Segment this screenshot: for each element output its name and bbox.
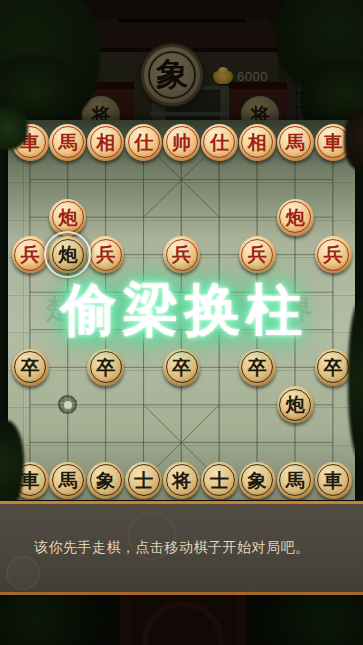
piece-black-車[interactable]: 車 <box>315 462 352 499</box>
piece-char: 車 <box>324 471 343 490</box>
piece-char: 卒 <box>324 358 343 377</box>
piece-char: 士 <box>134 471 153 490</box>
piece-char: 仕 <box>210 133 229 152</box>
dim-overlay <box>0 0 363 122</box>
piece-red-相[interactable]: 相 <box>87 124 124 161</box>
pieces-layer: 車馬相仕帅仕相馬車炮炮兵兵兵兵兵炮卒卒卒卒卒炮車馬象士将士象馬車 <box>8 120 355 500</box>
piece-char: 兵 <box>324 245 343 264</box>
turn-hint-text: 该你先手走棋，点击移动棋子开始对局吧。 <box>34 539 310 557</box>
piece-char: 象 <box>96 471 115 490</box>
piece-char: 卒 <box>21 358 40 377</box>
piece-red-帅[interactable]: 帅 <box>163 124 200 161</box>
piece-char: 馬 <box>58 133 77 152</box>
piece-black-卒[interactable]: 卒 <box>12 349 49 386</box>
xiangqi-board[interactable]: 楚河 汉界 車馬相仕帅仕相馬車炮炮兵兵兵兵兵炮卒卒卒卒卒炮車馬象士将士象馬車 <box>8 120 355 500</box>
piece-red-車[interactable]: 車 <box>315 124 352 161</box>
piece-red-炮[interactable]: 炮 <box>49 199 86 236</box>
piece-black-馬[interactable]: 馬 <box>277 462 314 499</box>
piece-char: 兵 <box>248 245 267 264</box>
dimmed-ui-ghost <box>6 556 40 590</box>
xiangqi-game-screen: 将 将 象 6000 楚河 汉界 車馬相仕帅仕相馬車炮炮兵兵兵兵兵炮卒卒卒卒卒炮… <box>0 0 363 645</box>
piece-char: 相 <box>96 133 115 152</box>
piece-red-兵[interactable]: 兵 <box>163 236 200 273</box>
piece-char: 車 <box>324 133 343 152</box>
piece-red-兵[interactable]: 兵 <box>315 236 352 273</box>
piece-char: 炮 <box>286 208 305 227</box>
piece-char: 炮 <box>286 395 305 414</box>
piece-char: 士 <box>210 471 229 490</box>
piece-black-卒[interactable]: 卒 <box>239 349 276 386</box>
piece-char: 象 <box>248 471 267 490</box>
piece-black-炮[interactable]: 炮 <box>49 236 86 273</box>
piece-char: 仕 <box>134 133 153 152</box>
piece-char: 炮 <box>58 208 77 227</box>
background-bottom-scene <box>0 595 363 645</box>
piece-char: 馬 <box>58 471 77 490</box>
message-bar: 该你先手走棋，点击移动棋子开始对局吧。 <box>0 501 363 595</box>
piece-char: 車 <box>21 471 40 490</box>
piece-black-象[interactable]: 象 <box>87 462 124 499</box>
piece-red-馬[interactable]: 馬 <box>277 124 314 161</box>
piece-red-相[interactable]: 相 <box>239 124 276 161</box>
piece-black-馬[interactable]: 馬 <box>49 462 86 499</box>
piece-black-卒[interactable]: 卒 <box>163 349 200 386</box>
piece-red-仕[interactable]: 仕 <box>125 124 162 161</box>
piece-red-車[interactable]: 車 <box>12 124 49 161</box>
piece-char: 帅 <box>172 133 191 152</box>
piece-char: 兵 <box>172 245 191 264</box>
piece-red-兵[interactable]: 兵 <box>87 236 124 273</box>
piece-char: 炮 <box>58 245 77 264</box>
piece-char: 馬 <box>286 133 305 152</box>
piece-black-卒[interactable]: 卒 <box>87 349 124 386</box>
piece-char: 兵 <box>21 245 40 264</box>
piece-red-兵[interactable]: 兵 <box>12 236 49 273</box>
piece-red-仕[interactable]: 仕 <box>201 124 238 161</box>
piece-char: 車 <box>21 133 40 152</box>
piece-char: 将 <box>172 471 191 490</box>
piece-char: 卒 <box>248 358 267 377</box>
dim-overlay <box>0 595 363 645</box>
piece-red-炮[interactable]: 炮 <box>277 199 314 236</box>
piece-black-士[interactable]: 士 <box>201 462 238 499</box>
piece-char: 相 <box>248 133 267 152</box>
piece-black-士[interactable]: 士 <box>125 462 162 499</box>
piece-black-車[interactable]: 車 <box>12 462 49 499</box>
piece-char: 卒 <box>96 358 115 377</box>
piece-red-馬[interactable]: 馬 <box>49 124 86 161</box>
move-origin-dot <box>58 395 77 414</box>
piece-black-炮[interactable]: 炮 <box>277 386 314 423</box>
piece-char: 卒 <box>172 358 191 377</box>
piece-black-象[interactable]: 象 <box>239 462 276 499</box>
piece-black-卒[interactable]: 卒 <box>315 349 352 386</box>
piece-black-将[interactable]: 将 <box>163 462 200 499</box>
background-temple-scene: 将 将 象 6000 <box>0 0 363 122</box>
piece-char: 兵 <box>96 245 115 264</box>
piece-red-兵[interactable]: 兵 <box>239 236 276 273</box>
piece-char: 馬 <box>286 471 305 490</box>
